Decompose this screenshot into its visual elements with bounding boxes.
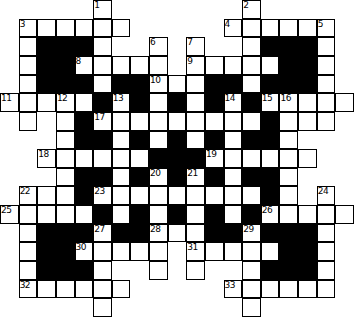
black-cell-14-3: [56, 261, 75, 280]
white-cell-1-4[interactable]: [75, 19, 94, 38]
white-cell-4-1[interactable]: [19, 75, 38, 94]
black-cell-4-12: [224, 75, 243, 94]
black-cell-4-3: [56, 75, 75, 94]
white-cell-3-8[interactable]: [149, 56, 168, 75]
black-cell-9-14: [261, 168, 280, 187]
white-cell-11-17[interactable]: [317, 205, 336, 224]
white-cell-11-0[interactable]: 25: [0, 205, 19, 224]
black-cell-5-5: [93, 93, 112, 112]
white-cell-8-13[interactable]: [242, 149, 261, 168]
white-cell-10-2[interactable]: [37, 186, 56, 205]
white-cell-15-2[interactable]: [37, 280, 56, 299]
clue-number-22: 22: [20, 186, 30, 196]
black-cell-14-2: [37, 261, 56, 280]
black-cell-11-7: [130, 205, 149, 224]
black-cell-3-15: [279, 56, 298, 75]
clue-number-5: 5: [318, 19, 323, 29]
white-cell-8-2[interactable]: 18: [37, 149, 56, 168]
white-cell-2-1[interactable]: [19, 37, 38, 56]
white-cell-13-4[interactable]: 30: [75, 242, 94, 261]
black-cell-11-9: [168, 205, 187, 224]
white-cell-10-1[interactable]: 22: [19, 186, 38, 205]
white-cell-6-13[interactable]: [242, 112, 261, 131]
white-cell-3-4[interactable]: 8: [75, 56, 94, 75]
white-cell-3-5[interactable]: [93, 56, 112, 75]
white-cell-9-3[interactable]: [56, 168, 75, 187]
white-cell-1-15[interactable]: [279, 19, 298, 38]
white-cell-10-13[interactable]: [242, 186, 261, 205]
white-cell-5-16[interactable]: [298, 93, 317, 112]
black-cell-9-11: [205, 168, 224, 187]
white-cell-0-5[interactable]: 1: [93, 0, 112, 19]
clue-number-16: 16: [280, 93, 290, 103]
black-cell-13-3: [56, 242, 75, 261]
white-cell-1-16[interactable]: [298, 19, 317, 38]
white-cell-6-12[interactable]: [224, 112, 243, 131]
white-cell-6-3[interactable]: [56, 112, 75, 131]
white-cell-3-1[interactable]: [19, 56, 38, 75]
white-cell-1-1[interactable]: 3: [19, 19, 38, 38]
white-cell-13-12[interactable]: [224, 242, 243, 261]
white-cell-11-12[interactable]: [224, 205, 243, 224]
black-cell-10-4: [75, 186, 94, 205]
black-cell-5-7: [130, 93, 149, 112]
white-cell-7-8[interactable]: [149, 131, 168, 150]
white-cell-9-15[interactable]: [279, 168, 298, 187]
white-cell-10-15[interactable]: [279, 186, 298, 205]
white-cell-11-4[interactable]: [75, 205, 94, 224]
clue-number-4: 4: [225, 19, 230, 29]
black-cell-4-16: [298, 75, 317, 94]
black-cell-2-15: [279, 37, 298, 56]
black-cell-4-14: [261, 75, 280, 94]
white-cell-3-11[interactable]: [205, 56, 224, 75]
black-cell-12-14: [261, 224, 280, 243]
black-cell-12-15: [279, 224, 298, 243]
clue-number-27: 27: [94, 224, 104, 234]
white-cell-6-16[interactable]: [298, 112, 317, 131]
white-cell-11-3[interactable]: [56, 205, 75, 224]
black-cell-7-13: [242, 131, 261, 150]
white-cell-3-14[interactable]: [261, 56, 280, 75]
white-cell-8-11[interactable]: 19: [205, 149, 224, 168]
white-cell-6-6[interactable]: [112, 112, 131, 131]
white-cell-10-6[interactable]: [112, 186, 131, 205]
clue-number-15: 15: [262, 93, 272, 103]
black-cell-2-4: [75, 37, 94, 56]
black-cell-3-2: [37, 56, 56, 75]
black-cell-12-2: [37, 224, 56, 243]
white-cell-15-6[interactable]: [112, 280, 131, 299]
black-cell-3-3: [56, 56, 75, 75]
white-cell-10-3[interactable]: [56, 186, 75, 205]
white-cell-11-1[interactable]: [19, 205, 38, 224]
white-cell-1-3[interactable]: [56, 19, 75, 38]
white-cell-6-11[interactable]: [205, 112, 224, 131]
white-cell-14-17[interactable]: [317, 261, 336, 280]
white-cell-13-14[interactable]: [261, 242, 280, 261]
white-cell-11-10[interactable]: [186, 205, 205, 224]
white-cell-10-12[interactable]: [224, 186, 243, 205]
white-cell-8-12[interactable]: [224, 149, 243, 168]
white-cell-12-8[interactable]: 28: [149, 224, 168, 243]
black-cell-2-16: [298, 37, 317, 56]
clue-number-11: 11: [1, 93, 11, 103]
clue-number-12: 12: [57, 93, 67, 103]
white-cell-6-15[interactable]: [279, 112, 298, 131]
white-cell-5-14[interactable]: 15: [261, 93, 280, 112]
black-cell-12-3: [56, 224, 75, 243]
white-cell-7-12[interactable]: [224, 131, 243, 150]
black-cell-4-2: [37, 75, 56, 94]
white-cell-13-1[interactable]: [19, 242, 38, 261]
white-cell-5-0[interactable]: 11: [0, 93, 19, 112]
clue-number-32: 32: [20, 280, 30, 290]
black-cell-5-9: [168, 93, 187, 112]
white-cell-6-17[interactable]: [317, 112, 336, 131]
clue-number-6: 6: [150, 37, 155, 47]
white-cell-13-5[interactable]: [93, 242, 112, 261]
white-cell-8-16[interactable]: [298, 149, 317, 168]
white-cell-14-13[interactable]: [242, 261, 261, 280]
white-cell-8-6[interactable]: [112, 149, 131, 168]
white-cell-15-15[interactable]: [279, 280, 298, 299]
white-cell-4-9[interactable]: [168, 75, 187, 94]
clue-number-7: 7: [187, 37, 192, 47]
clue-number-25: 25: [1, 205, 11, 215]
black-cell-9-4: [75, 168, 94, 187]
clue-number-2: 2: [243, 0, 248, 10]
white-cell-5-18[interactable]: [335, 93, 354, 112]
white-cell-13-10[interactable]: 31: [186, 242, 205, 261]
white-cell-7-6[interactable]: [112, 131, 131, 150]
black-cell-14-14: [261, 261, 280, 280]
black-cell-4-7: [130, 75, 149, 94]
white-cell-15-17[interactable]: [317, 280, 336, 299]
white-cell-10-11[interactable]: [205, 186, 224, 205]
white-cell-8-3[interactable]: [56, 149, 75, 168]
white-cell-6-1[interactable]: [19, 112, 38, 131]
white-cell-10-9[interactable]: [168, 186, 187, 205]
clue-number-8: 8: [76, 56, 81, 66]
black-cell-2-2: [37, 37, 56, 56]
black-cell-6-4: [75, 112, 94, 131]
black-cell-10-14: [261, 186, 280, 205]
white-cell-11-8[interactable]: [149, 205, 168, 224]
white-cell-5-2[interactable]: [37, 93, 56, 112]
white-cell-8-7[interactable]: [130, 149, 149, 168]
white-cell-15-3[interactable]: [56, 280, 75, 299]
clue-number-21: 21: [187, 168, 197, 178]
white-cell-8-5[interactable]: [93, 149, 112, 168]
white-cell-15-14[interactable]: [261, 280, 280, 299]
clue-number-31: 31: [187, 242, 197, 252]
white-cell-3-6[interactable]: [112, 56, 131, 75]
black-cell-5-13: [242, 93, 261, 112]
white-cell-10-8[interactable]: [149, 186, 168, 205]
white-cell-5-10[interactable]: [186, 93, 205, 112]
black-cell-12-4: [75, 224, 94, 243]
black-cell-8-8: [149, 149, 168, 168]
clue-number-13: 13: [113, 93, 123, 103]
white-cell-12-17[interactable]: [317, 224, 336, 243]
white-cell-10-7[interactable]: [130, 186, 149, 205]
black-cell-4-4: [75, 75, 94, 94]
white-cell-12-1[interactable]: [19, 224, 38, 243]
black-cell-2-14: [261, 37, 280, 56]
black-cell-4-6: [112, 75, 131, 94]
black-cell-4-15: [279, 75, 298, 94]
clue-number-10: 10: [150, 75, 160, 85]
white-cell-5-6[interactable]: 13: [112, 93, 131, 112]
white-cell-15-13[interactable]: [242, 280, 261, 299]
black-cell-11-11: [205, 205, 224, 224]
black-cell-12-11: [205, 224, 224, 243]
black-cell-14-4: [75, 261, 94, 280]
white-cell-11-14[interactable]: 26: [261, 205, 280, 224]
white-cell-2-5[interactable]: [93, 37, 112, 56]
white-cell-3-17[interactable]: [317, 56, 336, 75]
white-cell-0-13[interactable]: 2: [242, 0, 261, 19]
white-cell-11-2[interactable]: [37, 205, 56, 224]
white-cell-2-10[interactable]: 7: [186, 37, 205, 56]
white-cell-2-8[interactable]: 6: [149, 37, 168, 56]
clue-number-9: 9: [187, 56, 192, 66]
white-cell-9-6[interactable]: [112, 168, 131, 187]
clue-number-33: 33: [225, 280, 235, 290]
black-cell-2-3: [56, 37, 75, 56]
white-cell-15-5[interactable]: [93, 280, 112, 299]
white-cell-4-17[interactable]: [317, 75, 336, 94]
white-cell-8-15[interactable]: [279, 149, 298, 168]
white-cell-1-2[interactable]: [37, 19, 56, 38]
white-cell-11-6[interactable]: [112, 205, 131, 224]
white-cell-3-7[interactable]: [130, 56, 149, 75]
white-cell-8-14[interactable]: [261, 149, 280, 168]
white-cell-13-8[interactable]: [149, 242, 168, 261]
white-cell-2-17[interactable]: [317, 37, 336, 56]
white-cell-11-18[interactable]: [335, 205, 354, 224]
white-cell-13-6[interactable]: [112, 242, 131, 261]
white-cell-1-5[interactable]: [93, 19, 112, 38]
black-cell-9-5: [93, 168, 112, 187]
white-cell-13-17[interactable]: [317, 242, 336, 261]
white-cell-15-1[interactable]: 32: [19, 280, 38, 299]
black-cell-14-16: [298, 261, 317, 280]
black-cell-6-14: [261, 112, 280, 131]
white-cell-15-12[interactable]: 33: [224, 280, 243, 299]
white-cell-5-1[interactable]: [19, 93, 38, 112]
clue-number-23: 23: [94, 186, 104, 196]
black-cell-12-12: [224, 224, 243, 243]
white-cell-15-16[interactable]: [298, 280, 317, 299]
black-cell-12-16: [298, 224, 317, 243]
clue-number-17: 17: [94, 112, 104, 122]
black-cell-9-9: [168, 168, 187, 187]
white-cell-13-13[interactable]: [242, 242, 261, 261]
crossword-grid: 1234567891011121314151617181920212223242…: [0, 0, 354, 317]
black-cell-13-15: [279, 242, 298, 261]
white-cell-16-13[interactable]: [242, 298, 261, 317]
black-cell-11-5: [93, 205, 112, 224]
white-cell-3-10[interactable]: 9: [186, 56, 205, 75]
white-cell-7-15[interactable]: [279, 131, 298, 150]
white-cell-14-5[interactable]: [93, 261, 112, 280]
white-cell-4-5[interactable]: [93, 75, 112, 94]
white-cell-4-13[interactable]: [242, 75, 261, 94]
white-cell-14-10[interactable]: [186, 261, 205, 280]
white-cell-9-10[interactable]: 21: [186, 168, 205, 187]
clue-number-14: 14: [225, 93, 235, 103]
white-cell-5-17[interactable]: [317, 93, 336, 112]
white-cell-11-15[interactable]: [279, 205, 298, 224]
white-cell-13-7[interactable]: [130, 242, 149, 261]
white-cell-5-3[interactable]: 12: [56, 93, 75, 112]
clue-number-1: 1: [94, 0, 99, 10]
white-cell-1-12[interactable]: 4: [224, 19, 243, 38]
black-cell-14-15: [279, 261, 298, 280]
white-cell-9-12[interactable]: [224, 168, 243, 187]
white-cell-14-8[interactable]: [149, 261, 168, 280]
white-cell-1-13[interactable]: [242, 19, 261, 38]
white-cell-5-8[interactable]: [149, 93, 168, 112]
white-cell-12-5[interactable]: 27: [93, 224, 112, 243]
white-cell-16-5[interactable]: [93, 298, 112, 317]
black-cell-12-6: [112, 224, 131, 243]
clue-number-26: 26: [262, 205, 272, 215]
white-cell-1-6[interactable]: [112, 19, 131, 38]
black-cell-8-9: [168, 149, 187, 168]
clue-number-3: 3: [20, 19, 25, 29]
clue-number-19: 19: [206, 149, 216, 159]
white-cell-5-4[interactable]: [75, 93, 94, 112]
white-cell-1-17[interactable]: 5: [317, 19, 336, 38]
white-cell-8-4[interactable]: [75, 149, 94, 168]
black-cell-7-4: [75, 131, 94, 150]
white-cell-15-4[interactable]: [75, 280, 94, 299]
clue-number-24: 24: [318, 186, 328, 196]
black-cell-7-7: [130, 131, 149, 150]
white-cell-3-12[interactable]: [224, 56, 243, 75]
white-cell-12-13[interactable]: 29: [242, 224, 261, 243]
white-cell-1-14[interactable]: [261, 19, 280, 38]
black-cell-7-14: [261, 131, 280, 150]
white-cell-2-13[interactable]: [242, 37, 261, 56]
white-cell-6-8[interactable]: [149, 112, 168, 131]
black-cell-13-16: [298, 242, 317, 261]
white-cell-6-10[interactable]: [186, 112, 205, 131]
white-cell-3-13[interactable]: [242, 56, 261, 75]
white-cell-12-10[interactable]: [186, 224, 205, 243]
black-cell-4-11: [205, 75, 224, 94]
black-cell-11-13: [242, 205, 261, 224]
clue-number-18: 18: [38, 149, 48, 159]
black-cell-3-16: [298, 56, 317, 75]
white-cell-11-16[interactable]: [298, 205, 317, 224]
black-cell-7-5: [93, 131, 112, 150]
white-cell-7-3[interactable]: [56, 131, 75, 150]
white-cell-10-10[interactable]: [186, 186, 205, 205]
white-cell-10-17[interactable]: 24: [317, 186, 336, 205]
black-cell-13-2: [37, 242, 56, 261]
white-cell-13-11[interactable]: [205, 242, 224, 261]
clue-number-20: 20: [150, 168, 160, 178]
white-cell-5-15[interactable]: 16: [279, 93, 298, 112]
white-cell-6-9[interactable]: [168, 112, 187, 131]
clue-number-30: 30: [76, 242, 86, 252]
white-cell-9-8[interactable]: 20: [149, 168, 168, 187]
white-cell-6-5[interactable]: 17: [93, 112, 112, 131]
black-cell-9-7: [130, 168, 149, 187]
white-cell-5-12[interactable]: 14: [224, 93, 243, 112]
white-cell-7-10[interactable]: [186, 131, 205, 150]
white-cell-6-7[interactable]: [130, 112, 149, 131]
white-cell-12-9[interactable]: [168, 224, 187, 243]
black-cell-7-9: [168, 131, 187, 150]
black-cell-12-7: [130, 224, 149, 243]
clue-number-28: 28: [150, 224, 160, 234]
white-cell-4-10[interactable]: [186, 75, 205, 94]
black-cell-7-11: [205, 131, 224, 150]
white-cell-4-8[interactable]: 10: [149, 75, 168, 94]
clue-number-29: 29: [243, 224, 253, 234]
black-cell-9-13: [242, 168, 261, 187]
white-cell-10-5[interactable]: 23: [93, 186, 112, 205]
white-cell-14-1[interactable]: [19, 261, 38, 280]
black-cell-5-11: [205, 93, 224, 112]
black-cell-8-10: [186, 149, 205, 168]
